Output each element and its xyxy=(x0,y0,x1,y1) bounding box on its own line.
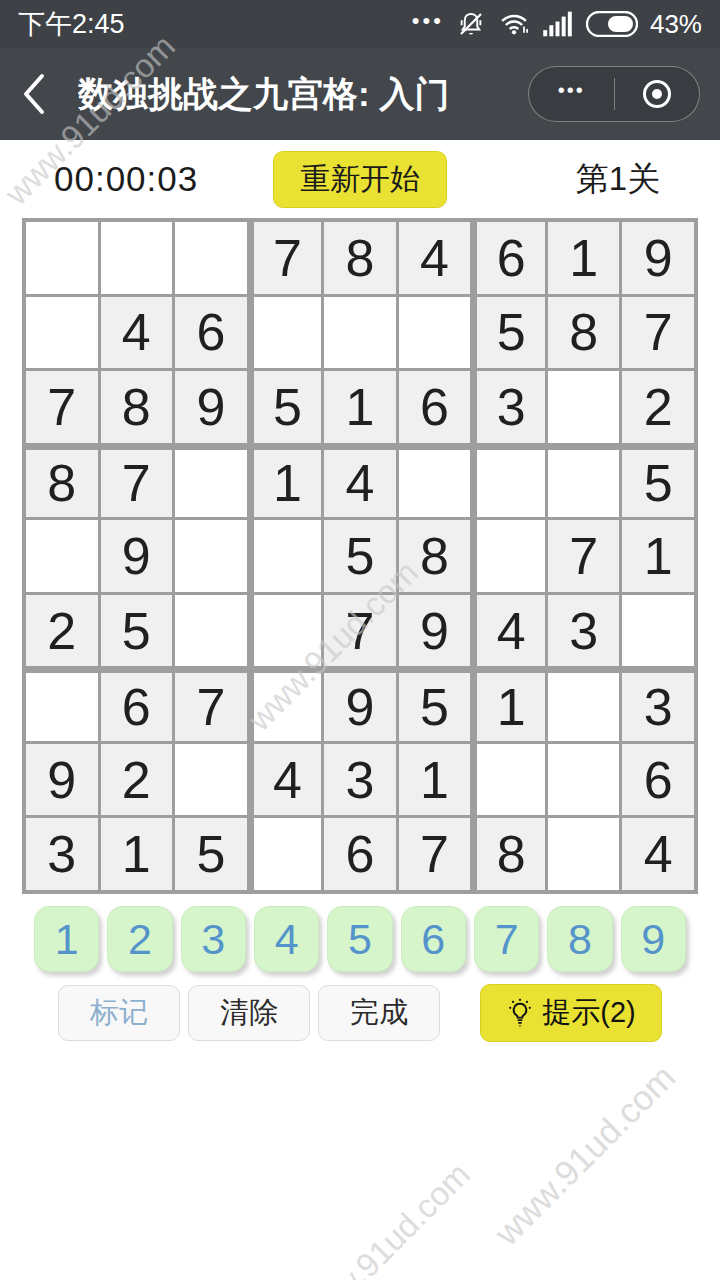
watermark: www.91ud.com xyxy=(487,1057,683,1253)
sudoku-cell-r4c2[interactable]: 7 xyxy=(101,446,173,518)
sudoku-cell-r4c9[interactable]: 5 xyxy=(622,446,694,518)
sudoku-cell-r9c5[interactable]: 6 xyxy=(324,818,396,890)
back-button[interactable] xyxy=(20,64,64,124)
sudoku-cell-r6c8[interactable]: 3 xyxy=(548,595,620,667)
sudoku-grid: 7846194658778951632871459587125794367951… xyxy=(22,218,698,894)
sudoku-cell-r4c5[interactable]: 4 xyxy=(324,446,396,518)
done-button[interactable]: 完成 xyxy=(318,985,440,1041)
sudoku-cell-r1c6[interactable]: 4 xyxy=(399,222,471,294)
sudoku-cell-r1c4[interactable]: 7 xyxy=(250,222,322,294)
wifi-icon xyxy=(498,9,530,39)
sudoku-cell-r9c1[interactable]: 3 xyxy=(26,818,98,890)
sudoku-cell-r1c8[interactable]: 1 xyxy=(548,222,620,294)
battery-percent: 43% xyxy=(650,9,702,40)
sudoku-cell-r1c5[interactable]: 8 xyxy=(324,222,396,294)
sudoku-cell-r2c1[interactable] xyxy=(26,297,98,369)
sudoku-cell-r6c5[interactable]: 7 xyxy=(324,595,396,667)
timer-display: 00:00:03 xyxy=(54,159,198,199)
sudoku-cell-r7c9[interactable]: 3 xyxy=(622,669,694,741)
lightbulb-icon xyxy=(506,998,534,1028)
numpad-button-4[interactable]: 4 xyxy=(254,906,319,972)
sudoku-cell-r5c8[interactable]: 7 xyxy=(548,520,620,592)
sudoku-cell-r6c9[interactable] xyxy=(622,595,694,667)
sudoku-cell-r3c3[interactable]: 9 xyxy=(175,371,247,443)
more-dots-icon: ••• xyxy=(558,80,585,108)
sudoku-cell-r8c1[interactable]: 9 xyxy=(26,744,98,816)
battery-icon xyxy=(586,11,638,37)
sudoku-cell-r7c1[interactable] xyxy=(26,669,98,741)
exit-miniprogram-button[interactable] xyxy=(615,67,700,121)
action-bar: 标记 清除 完成 提示(2) xyxy=(0,984,720,1042)
sudoku-cell-r9c8[interactable] xyxy=(548,818,620,890)
sudoku-cell-r4c1[interactable]: 8 xyxy=(26,446,98,518)
sudoku-cell-r8c7[interactable] xyxy=(473,744,545,816)
sudoku-cell-r8c8[interactable] xyxy=(548,744,620,816)
hint-button[interactable]: 提示(2) xyxy=(480,984,662,1042)
sudoku-cell-r4c7[interactable] xyxy=(473,446,545,518)
numpad-button-5[interactable]: 5 xyxy=(327,906,392,972)
sudoku-cell-r3c9[interactable]: 2 xyxy=(622,371,694,443)
sudoku-cell-r5c6[interactable]: 8 xyxy=(399,520,471,592)
sudoku-cell-r7c7[interactable]: 1 xyxy=(473,669,545,741)
sudoku-cell-r1c7[interactable]: 6 xyxy=(473,222,545,294)
sudoku-cell-r8c3[interactable] xyxy=(175,744,247,816)
sudoku-cell-r4c4[interactable]: 1 xyxy=(250,446,322,518)
restart-button[interactable]: 重新开始 xyxy=(273,151,447,208)
clear-button[interactable]: 清除 xyxy=(188,985,310,1041)
sudoku-cell-r5c5[interactable]: 5 xyxy=(324,520,396,592)
sudoku-cell-r8c6[interactable]: 1 xyxy=(399,744,471,816)
app-screen: 下午2:45 ••• xyxy=(0,0,720,1280)
sudoku-cell-r5c9[interactable]: 1 xyxy=(622,520,694,592)
sudoku-cell-r9c6[interactable]: 7 xyxy=(399,818,471,890)
numpad-button-3[interactable]: 3 xyxy=(181,906,246,972)
status-bar: 下午2:45 ••• xyxy=(0,0,720,48)
sudoku-cell-r1c2[interactable] xyxy=(101,222,173,294)
sudoku-cell-r3c4[interactable]: 5 xyxy=(250,371,322,443)
sudoku-cell-r8c9[interactable]: 6 xyxy=(622,744,694,816)
sudoku-cell-r2c8[interactable]: 8 xyxy=(548,297,620,369)
sudoku-cell-r9c4[interactable] xyxy=(250,818,322,890)
signal-bars-icon xyxy=(542,10,574,38)
sudoku-cell-r5c1[interactable] xyxy=(26,520,98,592)
sudoku-cell-r2c3[interactable]: 6 xyxy=(175,297,247,369)
sudoku-cell-r8c5[interactable]: 3 xyxy=(324,744,396,816)
sudoku-cell-r2c7[interactable]: 5 xyxy=(473,297,545,369)
sudoku-cell-r6c1[interactable]: 2 xyxy=(26,595,98,667)
numpad-button-8[interactable]: 8 xyxy=(547,906,612,972)
sudoku-cell-r6c6[interactable]: 9 xyxy=(399,595,471,667)
mark-button[interactable]: 标记 xyxy=(58,985,180,1041)
board-wrapper: 7846194658778951632871459587125794367951… xyxy=(22,218,698,894)
sudoku-cell-r5c4[interactable] xyxy=(250,520,322,592)
sudoku-cell-r3c2[interactable]: 8 xyxy=(101,371,173,443)
notification-dots-icon: ••• xyxy=(412,10,444,38)
more-options-button[interactable]: ••• xyxy=(529,67,614,121)
back-chevron-icon xyxy=(20,72,46,116)
numpad-button-1[interactable]: 1 xyxy=(34,906,99,972)
sudoku-cell-r2c5[interactable] xyxy=(324,297,396,369)
numpad-button-2[interactable]: 2 xyxy=(107,906,172,972)
sudoku-cell-r2c2[interactable]: 4 xyxy=(101,297,173,369)
sudoku-cell-r4c8[interactable] xyxy=(548,446,620,518)
level-indicator: 第1关 xyxy=(576,157,660,202)
sudoku-cell-r7c2[interactable]: 6 xyxy=(101,669,173,741)
hint-label: 提示(2) xyxy=(542,993,635,1033)
sudoku-cell-r5c7[interactable] xyxy=(473,520,545,592)
numpad-button-7[interactable]: 7 xyxy=(474,906,539,972)
sudoku-cell-r5c2[interactable]: 9 xyxy=(101,520,173,592)
sudoku-cell-r7c8[interactable] xyxy=(548,669,620,741)
sudoku-cell-r6c2[interactable]: 5 xyxy=(101,595,173,667)
number-pad: 123456789 xyxy=(0,906,720,972)
sudoku-cell-r2c6[interactable] xyxy=(399,297,471,369)
sudoku-cell-r7c4[interactable] xyxy=(250,669,322,741)
sudoku-cell-r6c3[interactable] xyxy=(175,595,247,667)
sudoku-cell-r3c8[interactable] xyxy=(548,371,620,443)
sudoku-cell-r8c2[interactable]: 2 xyxy=(101,744,173,816)
sudoku-cell-r6c7[interactable]: 4 xyxy=(473,595,545,667)
sudoku-cell-r8c4[interactable]: 4 xyxy=(250,744,322,816)
sudoku-cell-r2c4[interactable] xyxy=(250,297,322,369)
sudoku-cell-r7c6[interactable]: 5 xyxy=(399,669,471,741)
sudoku-cell-r7c3[interactable]: 7 xyxy=(175,669,247,741)
sudoku-cell-r1c3[interactable] xyxy=(175,222,247,294)
sudoku-cell-r3c7[interactable]: 3 xyxy=(473,371,545,443)
sudoku-cell-r9c3[interactable]: 5 xyxy=(175,818,247,890)
clock-time: 下午2:45 xyxy=(18,6,125,42)
sudoku-cell-r9c2[interactable]: 1 xyxy=(101,818,173,890)
sudoku-cell-r3c6[interactable]: 6 xyxy=(399,371,471,443)
sudoku-cell-r9c9[interactable]: 4 xyxy=(622,818,694,890)
sudoku-cell-r4c6[interactable] xyxy=(399,446,471,518)
game-toolbar: 00:00:03 重新开始 第1关 xyxy=(0,140,720,218)
sudoku-cell-r9c7[interactable]: 8 xyxy=(473,818,545,890)
sudoku-cell-r3c5[interactable]: 1 xyxy=(324,371,396,443)
sudoku-cell-r4c3[interactable] xyxy=(175,446,247,518)
sudoku-cell-r3c1[interactable]: 7 xyxy=(26,371,98,443)
exit-circle-icon xyxy=(643,80,671,108)
watermark: www.91ud.com xyxy=(292,1155,477,1280)
mute-icon xyxy=(456,9,486,39)
nav-bar: 数独挑战之九宫格: 入门 ••• xyxy=(0,48,720,140)
sudoku-cell-r5c3[interactable] xyxy=(175,520,247,592)
sudoku-cell-r1c1[interactable] xyxy=(26,222,98,294)
miniprogram-capsule: ••• xyxy=(528,66,700,122)
numpad-button-9[interactable]: 9 xyxy=(621,906,686,972)
page-title: 数独挑战之九宫格: 入门 xyxy=(78,71,528,118)
numpad-button-6[interactable]: 6 xyxy=(401,906,466,972)
sudoku-cell-r2c9[interactable]: 7 xyxy=(622,297,694,369)
sudoku-cell-r6c4[interactable] xyxy=(250,595,322,667)
sudoku-cell-r7c5[interactable]: 9 xyxy=(324,669,396,741)
sudoku-cell-r1c9[interactable]: 9 xyxy=(622,222,694,294)
